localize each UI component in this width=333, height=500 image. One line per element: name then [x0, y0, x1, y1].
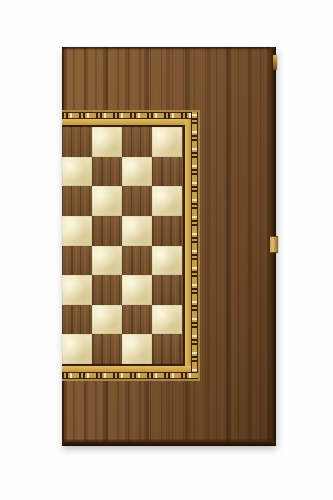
brass-hinge-icon	[270, 236, 278, 253]
board-square-r6f3-light	[122, 275, 152, 305]
board-square-r6f2-dark	[92, 275, 122, 305]
frame-outer-line-right	[198, 110, 200, 381]
board-square-r5f4-light	[152, 246, 182, 276]
board-square-r7f2-light	[92, 305, 122, 335]
board-square-r5f3-dark	[122, 246, 152, 276]
board-square-r3f1-dark	[62, 186, 92, 216]
gold-band-right	[185, 119, 191, 372]
product-photo	[0, 0, 333, 500]
inner-seam-bottom	[62, 364, 185, 366]
board-square-r5f2-light	[92, 246, 122, 276]
board-square-r7f1-dark	[62, 305, 92, 335]
board-square-r8f3-light	[122, 334, 152, 364]
board-square-r2f1-light	[62, 157, 92, 187]
brass-clasp-icon	[273, 55, 277, 70]
board-square-r6f1-light	[62, 275, 92, 305]
board-square-r4f3-light	[122, 216, 152, 246]
board-square-r7f4-light	[152, 305, 182, 335]
chessboard-inlay	[62, 110, 200, 381]
board-square-r4f4-dark	[152, 216, 182, 246]
board-square-r4f1-light	[62, 216, 92, 246]
frame-outer-line-bottom	[62, 379, 200, 381]
board-square-r2f4-dark	[152, 157, 182, 187]
mosaic-border-bottom	[62, 372, 198, 379]
board-square-r3f4-light	[152, 186, 182, 216]
mosaic-border-right	[191, 112, 198, 379]
board-square-r7f3-dark	[122, 305, 152, 335]
board-square-r3f2-light	[92, 186, 122, 216]
board-square-r1f3-dark	[122, 127, 152, 157]
board-square-r2f3-light	[122, 157, 152, 187]
board-square-r8f1-light	[62, 334, 92, 364]
board-squares	[62, 127, 182, 364]
board-square-r3f3-dark	[122, 186, 152, 216]
mosaic-border-top	[62, 112, 198, 119]
inner-seam-right	[183, 125, 185, 366]
board-square-r1f1-dark	[62, 127, 92, 157]
case-side-bottom	[62, 439, 276, 446]
board-square-r8f4-dark	[152, 334, 182, 364]
gold-band-bottom	[62, 366, 191, 372]
board-square-r6f4-dark	[152, 275, 182, 305]
board-square-r4f2-dark	[92, 216, 122, 246]
board-square-r8f2-dark	[92, 334, 122, 364]
wooden-case-lid	[62, 47, 276, 446]
board-square-r1f2-light	[92, 127, 122, 157]
board-square-r5f1-dark	[62, 246, 92, 276]
board-square-r2f2-dark	[92, 157, 122, 187]
board-square-r1f4-light	[152, 127, 182, 157]
